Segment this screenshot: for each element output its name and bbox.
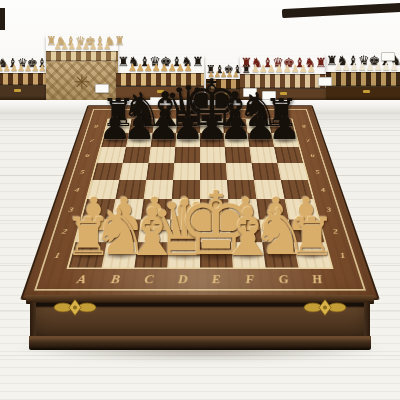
square-c2 (138, 219, 171, 242)
square-d7 (175, 133, 200, 148)
price-tag-1 (95, 84, 109, 93)
square-h6 (274, 147, 303, 163)
square-a8 (105, 119, 131, 132)
square-h1 (293, 242, 331, 267)
square-c5 (146, 163, 174, 180)
square-c3 (141, 199, 172, 220)
mini-pieces-front: ♟♟♟♟♟♟♟♟ (116, 63, 204, 73)
shelf-set-small-dark-set: ♜♝♚♝♜♟♟♟♟♟ (206, 64, 240, 102)
file-label-a: A (63, 269, 102, 291)
file-label-top-h: H (266, 109, 291, 119)
square-e2 (200, 219, 231, 242)
square-g8 (246, 119, 272, 132)
shelf-set-walnut-black-vs-boxwood: ♜♞♝♛♚♝♞♜♟♟♟♟♟♟♟♟ (116, 55, 204, 102)
file-label-top-c: C (154, 109, 177, 119)
rank-label-right-1: 1 (326, 242, 359, 267)
file-label-b: B (97, 269, 134, 291)
square-a4 (87, 180, 119, 199)
square-a2 (76, 219, 112, 242)
mini-pieces-front: ♟♟♟♟♟♟♟♟ (240, 64, 326, 74)
rank-label-right-6: 6 (300, 147, 325, 163)
mini-pieces-front: ♟♟♟♟♟♟♟♟ (0, 64, 46, 73)
file-label-top-f: F (222, 109, 245, 119)
square-b5 (119, 163, 148, 180)
upper-shelf-edge-left (0, 8, 5, 30)
mini-board (0, 73, 46, 85)
square-a6 (97, 147, 126, 163)
mini-brass-latch-icon (280, 92, 287, 95)
square-f2 (230, 219, 263, 242)
square-g3 (256, 199, 288, 220)
square-b2 (107, 219, 141, 242)
price-tag-6 (381, 52, 395, 61)
square-h8 (268, 119, 294, 132)
price-tag-4 (262, 91, 276, 100)
rank-label-left-7: 7 (80, 133, 104, 148)
square-d1 (167, 242, 200, 267)
file-label-f: F (233, 269, 269, 291)
rank-label-right-4: 4 (309, 180, 337, 199)
mini-pieces-front: ♟♟♟♟♟ (206, 71, 240, 79)
square-b8 (129, 119, 155, 132)
square-g5 (252, 163, 281, 180)
square-d8 (176, 119, 200, 132)
square-b3 (111, 199, 143, 220)
square-a5 (92, 163, 122, 180)
rank-label-right-2: 2 (320, 219, 351, 242)
mini-pieces-front: ♟♟♟♟♟♟♟♟ (326, 62, 400, 72)
square-d2 (169, 219, 200, 242)
file-label-top-b: B (132, 109, 156, 119)
file-labels-top: ABCDEFGH (109, 109, 291, 119)
square-b1 (102, 242, 138, 267)
mini-pieces-front: ♟♟♟♟♟♟♟♟ (46, 42, 118, 51)
square-a1 (69, 242, 107, 267)
price-tag-3 (243, 88, 257, 97)
brass-latch-icon-left (53, 299, 97, 316)
file-label-c: C (131, 269, 167, 291)
mini-board (240, 74, 326, 88)
square-g6 (249, 147, 277, 163)
square-e3 (200, 199, 230, 220)
square-g2 (259, 219, 293, 242)
square-f5 (226, 163, 254, 180)
file-label-g: G (266, 269, 303, 291)
square-e1 (200, 242, 233, 267)
rank-label-right-7: 7 (296, 133, 320, 148)
square-f4 (227, 180, 256, 199)
square-a3 (82, 199, 116, 220)
square-e7 (200, 133, 225, 148)
square-h4 (281, 180, 313, 199)
price-tag-5 (318, 77, 332, 86)
shelf-row: ♜♞♝♛♚♝♞♜♟♟♟♟♟♟♟♟♜♞♝♛♚♝♞♜♟♟♟♟♟♟♟♟✳♜♞♝♛♚♝♞… (0, 40, 400, 102)
box-base-molding (29, 336, 371, 350)
square-h7 (271, 133, 299, 148)
square-f1 (231, 242, 266, 267)
file-label-h: H (299, 269, 338, 291)
square-e8 (200, 119, 224, 132)
mini-box-front: ✳ (46, 61, 118, 102)
square-c6 (148, 147, 175, 163)
rank-label-right-5: 5 (305, 163, 331, 180)
square-h5 (277, 163, 307, 180)
square-g1 (262, 242, 298, 267)
file-label-top-a: A (109, 109, 134, 119)
mini-brass-latch-icon (220, 93, 227, 96)
square-d6 (174, 147, 200, 163)
square-c7 (151, 133, 177, 148)
brass-latch-icon-right (303, 299, 347, 316)
square-b7 (126, 133, 153, 148)
mini-board (116, 73, 204, 86)
square-c8 (153, 119, 178, 132)
square-c1 (134, 242, 169, 267)
file-label-e: E (200, 269, 234, 291)
file-label-top-e: E (200, 109, 223, 119)
square-f7 (224, 133, 250, 148)
square-e4 (200, 180, 228, 199)
rank-label-left-8: 8 (85, 119, 108, 132)
square-g4 (254, 180, 285, 199)
mini-brass-latch-icon (14, 89, 21, 92)
square-h3 (285, 199, 319, 220)
square-f8 (223, 119, 248, 132)
mini-board (206, 79, 240, 89)
square-c4 (144, 180, 173, 199)
shelf-set-dark-walnut-vs-ivory: ♜♞♝♛♚♝♞♜♟♟♟♟♟♟♟♟ (326, 54, 400, 102)
square-a7 (101, 133, 129, 148)
square-d3 (170, 199, 200, 220)
square-d4 (172, 180, 200, 199)
square-e6 (200, 147, 226, 163)
square-b4 (115, 180, 146, 199)
file-label-top-g: G (244, 109, 268, 119)
square-e5 (200, 163, 227, 180)
square-h2 (289, 219, 325, 242)
carving-star-icon: ✳ (74, 72, 91, 92)
square-f3 (228, 199, 259, 220)
square-f6 (225, 147, 252, 163)
rank-label-left-6: 6 (75, 147, 100, 163)
scene: ♜♞♝♛♚♝♞♜♟♟♟♟♟♟♟♟♜♞♝♛♚♝♞♜♟♟♟♟♟♟♟♟✳♜♞♝♛♚♝♞… (0, 0, 400, 400)
mini-brass-latch-icon (157, 90, 164, 93)
chess-board-grid (69, 119, 332, 267)
square-g7 (247, 133, 274, 148)
mini-board (46, 51, 118, 61)
rank-label-right-3: 3 (314, 199, 343, 220)
rank-label-right-8: 8 (293, 119, 316, 132)
file-label-d: D (166, 269, 200, 291)
mini-board (326, 72, 400, 86)
file-label-top-d: D (177, 109, 200, 119)
shelf-set-far-left-walnut: ♜♞♝♛♚♝♞♜♟♟♟♟♟♟♟♟ (0, 57, 46, 103)
file-labels-bottom: ABCDEFGH (63, 269, 338, 291)
square-d5 (173, 163, 200, 180)
box-right-side (363, 301, 370, 338)
mini-brass-latch-icon (363, 90, 370, 93)
square-b6 (123, 147, 151, 163)
